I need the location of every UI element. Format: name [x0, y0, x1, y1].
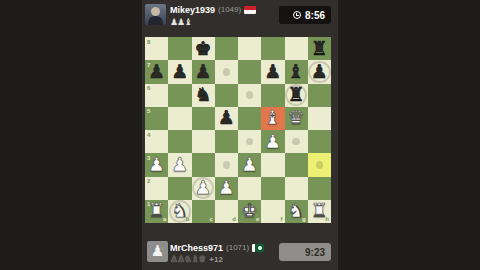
- piece-white-pawn[interactable]: ♟: [148, 155, 165, 174]
- material-score: +12: [209, 255, 223, 264]
- square-d2[interactable]: ♟: [215, 177, 238, 200]
- piece-black-knight[interactable]: ♞: [195, 85, 212, 104]
- square-c1[interactable]: c: [192, 200, 215, 223]
- app-screen: Mikey1939 (1049) ♟♟♝ 8:56 8♚♜7♟♟♟♟♝♟6♞♜5…: [0, 0, 480, 270]
- square-f2[interactable]: [261, 177, 284, 200]
- indonesia-flag-icon: [244, 6, 256, 14]
- piece-white-pawn[interactable]: ♟: [218, 178, 235, 197]
- square-a2[interactable]: 2: [145, 177, 168, 200]
- square-b7[interactable]: ♟: [168, 60, 191, 83]
- square-b6[interactable]: [168, 84, 191, 107]
- piece-white-queen[interactable]: ♛: [288, 108, 305, 127]
- square-h8[interactable]: ♜: [308, 37, 331, 60]
- square-e5[interactable]: [238, 107, 261, 130]
- square-d7[interactable]: [215, 60, 238, 83]
- opponent-info[interactable]: Mikey1939 (1049): [170, 4, 256, 15]
- square-f4[interactable]: ♟: [261, 130, 284, 153]
- square-d1[interactable]: d: [215, 200, 238, 223]
- player-clock-time: 9:23: [305, 247, 325, 258]
- square-c8[interactable]: ♚: [192, 37, 215, 60]
- square-c6[interactable]: ♞: [192, 84, 215, 107]
- square-g3[interactable]: [285, 153, 308, 176]
- opponent-name: Mikey1939: [170, 5, 215, 15]
- square-b2[interactable]: [168, 177, 191, 200]
- opponent-avatar[interactable]: [145, 4, 166, 25]
- square-a8[interactable]: 8: [145, 37, 168, 60]
- piece-white-pawn[interactable]: ♟: [264, 132, 281, 151]
- square-b3[interactable]: ♟: [168, 153, 191, 176]
- opponent-captured-row: ♟♟♝: [170, 18, 191, 27]
- square-b5[interactable]: [168, 107, 191, 130]
- player-info[interactable]: MrChess971 (1071): [170, 242, 264, 253]
- square-f3[interactable]: [261, 153, 284, 176]
- square-g5[interactable]: ♛: [285, 107, 308, 130]
- square-e7[interactable]: [238, 60, 261, 83]
- square-h1[interactable]: h♜: [308, 200, 331, 223]
- square-d4[interactable]: [215, 130, 238, 153]
- game-column: Mikey1939 (1049) ♟♟♝ 8:56 8♚♜7♟♟♟♟♝♟6♞♜5…: [142, 0, 338, 270]
- square-d8[interactable]: [215, 37, 238, 60]
- player-rating: (1071): [226, 243, 249, 252]
- square-f7[interactable]: ♟: [261, 60, 284, 83]
- square-h7[interactable]: ♟: [308, 60, 331, 83]
- square-a3[interactable]: 3♟: [145, 153, 168, 176]
- player-captured-row: ♟♟♞♝♛ +12: [170, 255, 223, 264]
- clock-icon: [293, 11, 301, 19]
- square-e1[interactable]: e♚: [238, 200, 261, 223]
- pakistan-flag-icon: [252, 244, 264, 252]
- piece-white-pawn[interactable]: ♟: [241, 155, 258, 174]
- square-f6[interactable]: [261, 84, 284, 107]
- piece-black-king[interactable]: ♚: [195, 39, 212, 58]
- square-g8[interactable]: [285, 37, 308, 60]
- square-c7[interactable]: ♟: [192, 60, 215, 83]
- square-e3[interactable]: ♟: [238, 153, 261, 176]
- square-e8[interactable]: [238, 37, 261, 60]
- player-avatar[interactable]: ♟: [147, 241, 168, 262]
- square-g1[interactable]: g♞: [285, 200, 308, 223]
- square-h2[interactable]: [308, 177, 331, 200]
- square-b4[interactable]: [168, 130, 191, 153]
- square-h5[interactable]: [308, 107, 331, 130]
- square-b8[interactable]: [168, 37, 191, 60]
- piece-black-rook[interactable]: ♜: [288, 85, 305, 104]
- square-h6[interactable]: [308, 84, 331, 107]
- piece-white-bishop[interactable]: ♝: [264, 108, 281, 127]
- captured-white-pieces: ♟♟♝: [170, 18, 191, 27]
- square-a5[interactable]: 5: [145, 107, 168, 130]
- piece-black-pawn[interactable]: ♟: [171, 62, 188, 81]
- square-g2[interactable]: [285, 177, 308, 200]
- square-f1[interactable]: f: [261, 200, 284, 223]
- piece-black-pawn[interactable]: ♟: [311, 62, 328, 81]
- square-c5[interactable]: [192, 107, 215, 130]
- square-a4[interactable]: 4: [145, 130, 168, 153]
- square-h3[interactable]: [308, 153, 331, 176]
- square-e2[interactable]: [238, 177, 261, 200]
- piece-white-pawn[interactable]: ♟: [195, 178, 212, 197]
- square-a7[interactable]: 7♟: [145, 60, 168, 83]
- player-clock: 9:23: [279, 243, 331, 261]
- piece-black-rook[interactable]: ♜: [311, 39, 328, 58]
- piece-black-pawn[interactable]: ♟: [195, 62, 212, 81]
- square-g7[interactable]: ♝: [285, 60, 308, 83]
- opponent-bar: Mikey1939 (1049) ♟♟♝ 8:56: [142, 0, 338, 37]
- opponent-clock-time: 8:56: [305, 10, 325, 21]
- opponent-rating: (1049): [218, 5, 241, 14]
- square-e6[interactable]: [238, 84, 261, 107]
- player-bar: ♟ MrChess971 (1071) ♟♟♞♝♛ +12 9:23: [142, 238, 338, 270]
- piece-black-pawn[interactable]: ♟: [218, 108, 235, 127]
- square-c4[interactable]: [192, 130, 215, 153]
- piece-white-pawn[interactable]: ♟: [171, 155, 188, 174]
- piece-black-pawn[interactable]: ♟: [148, 62, 165, 81]
- square-h4[interactable]: [308, 130, 331, 153]
- square-f8[interactable]: [261, 37, 284, 60]
- square-a6[interactable]: 6: [145, 84, 168, 107]
- chess-board[interactable]: 8♚♜7♟♟♟♟♝♟6♞♜5♟♝♛4♟3♟♟♟2♟♟1a♜b♞cde♚fg♞h♜: [145, 37, 331, 223]
- square-b1[interactable]: b♞: [168, 200, 191, 223]
- square-g4[interactable]: [285, 130, 308, 153]
- square-a1[interactable]: 1a♜: [145, 200, 168, 223]
- square-e4[interactable]: [238, 130, 261, 153]
- opponent-clock: 8:56: [279, 6, 331, 24]
- square-d3[interactable]: [215, 153, 238, 176]
- piece-black-bishop[interactable]: ♝: [288, 62, 305, 81]
- square-d6[interactable]: [215, 84, 238, 107]
- square-g6[interactable]: ♜: [285, 84, 308, 107]
- player-name: MrChess971: [170, 243, 223, 253]
- square-d5[interactable]: ♟: [215, 107, 238, 130]
- piece-black-pawn[interactable]: ♟: [264, 62, 281, 81]
- captured-black-pieces: ♟♟♞♝♛: [170, 255, 205, 264]
- square-f5[interactable]: ♝: [261, 107, 284, 130]
- square-c3[interactable]: [192, 153, 215, 176]
- square-c2[interactable]: ♟: [192, 177, 215, 200]
